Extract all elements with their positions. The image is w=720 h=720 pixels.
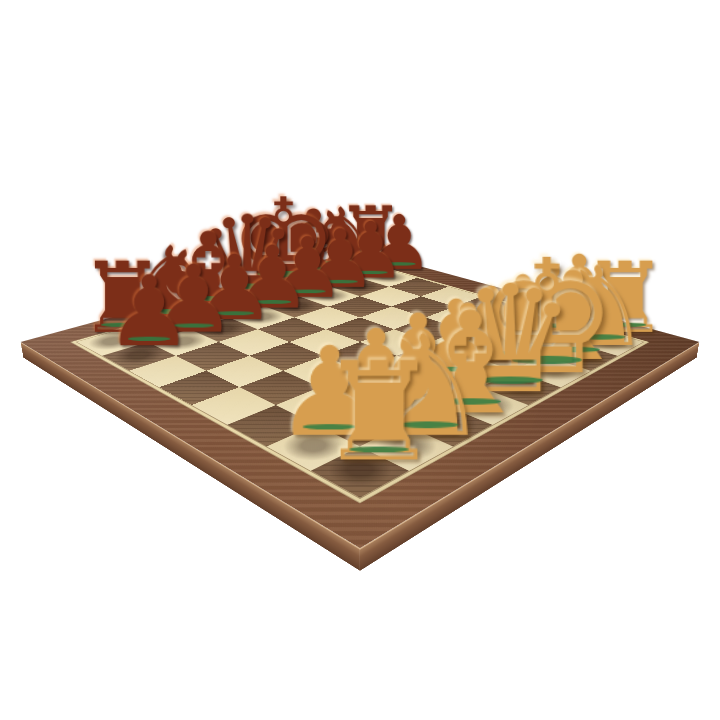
black-knight: ♞ <box>89 233 245 335</box>
board-frame: ♜♞♝♛♚♝♞♜♟♟♟♟♟♟♟♟♟♟♟♟♟♟♟♟♜♞♝♛♚♝♞♜ <box>21 250 700 548</box>
product-photo: ♜♞♝♛♚♝♞♜♟♟♟♟♟♟♟♟♟♟♟♟♟♟♟♟♜♞♝♛♚♝♞♜ <box>0 0 720 720</box>
chess-board: ♜♞♝♛♚♝♞♜♟♟♟♟♟♟♟♟♟♟♟♟♟♟♟♟♜♞♝♛♚♝♞♜ <box>21 250 700 548</box>
black-rook: ♜ <box>307 197 434 273</box>
board-grid: ♜♞♝♛♚♝♞♜♟♟♟♟♟♟♟♟♟♟♟♟♟♟♟♟♜♞♝♛♚♝♞♜ <box>77 262 643 498</box>
square-f4 <box>394 317 462 342</box>
